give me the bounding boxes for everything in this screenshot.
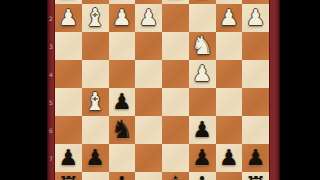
square-g7[interactable]: ♟ (82, 144, 109, 172)
square-e8[interactable] (135, 172, 162, 180)
square-b4[interactable] (216, 60, 243, 88)
black-rook-h8[interactable]: ♜ (57, 172, 79, 180)
square-a6[interactable] (242, 116, 269, 144)
square-f5[interactable]: ♟ (109, 88, 136, 116)
white-bishop-g2[interactable]: ♝ (84, 4, 106, 32)
square-h2[interactable]: ♟ (55, 4, 82, 32)
rank-label-8: 8 (47, 172, 55, 180)
white-pawn-c4[interactable]: ♟ (192, 60, 212, 88)
square-c3[interactable]: ♞ (189, 32, 216, 60)
black-pawn-c6[interactable]: ♟ (192, 116, 212, 144)
white-bishop-g5[interactable]: ♝ (84, 88, 106, 116)
square-f7[interactable] (109, 144, 136, 172)
square-c5[interactable] (189, 88, 216, 116)
square-e7[interactable] (135, 144, 162, 172)
square-a7[interactable]: ♟ (242, 144, 269, 172)
white-pawn-b2[interactable]: ♟ (219, 4, 239, 32)
square-f6[interactable]: ♞ (109, 116, 136, 144)
square-d4[interactable] (162, 60, 189, 88)
square-h8[interactable]: ♜ (55, 172, 82, 180)
rank-label-2: 2 (47, 4, 55, 32)
square-h3[interactable] (55, 32, 82, 60)
square-d8[interactable]: ♚ (162, 172, 189, 180)
black-pawn-a7[interactable]: ♟ (246, 144, 266, 172)
square-e5[interactable] (135, 88, 162, 116)
black-pawn-f5[interactable]: ♟ (112, 88, 132, 116)
square-a8[interactable]: ♜ (242, 172, 269, 180)
square-b7[interactable]: ♟ (216, 144, 243, 172)
square-b2[interactable]: ♟ (216, 4, 243, 32)
square-g8[interactable] (82, 172, 109, 180)
square-d5[interactable] (162, 88, 189, 116)
square-a4[interactable] (242, 60, 269, 88)
white-pawn-a2[interactable]: ♟ (246, 4, 266, 32)
black-pawn-b7[interactable]: ♟ (219, 144, 239, 172)
square-h6[interactable] (55, 116, 82, 144)
square-f4[interactable] (109, 60, 136, 88)
black-rook-a8[interactable]: ♜ (244, 172, 266, 180)
square-c2[interactable] (189, 4, 216, 32)
square-e4[interactable] (135, 60, 162, 88)
black-bishop-c8[interactable]: ♝ (191, 172, 213, 180)
square-c7[interactable]: ♟ (189, 144, 216, 172)
square-c6[interactable]: ♟ (189, 116, 216, 144)
square-g5[interactable]: ♝ (82, 88, 109, 116)
square-e6[interactable] (135, 116, 162, 144)
square-a2[interactable]: ♟ (242, 4, 269, 32)
square-d7[interactable] (162, 144, 189, 172)
rank-label-5: 5 (47, 88, 55, 116)
black-pawn-h7[interactable]: ♟ (59, 144, 79, 172)
square-b3[interactable] (216, 32, 243, 60)
square-a3[interactable] (242, 32, 269, 60)
black-pawn-g7[interactable]: ♟ (85, 144, 105, 172)
square-b5[interactable] (216, 88, 243, 116)
square-d3[interactable] (162, 32, 189, 60)
square-e2[interactable]: ♟ (135, 4, 162, 32)
white-knight-c3[interactable]: ♞ (191, 32, 213, 60)
square-c8[interactable]: ♝ (189, 172, 216, 180)
square-b8[interactable] (216, 172, 243, 180)
square-g2[interactable]: ♝ (82, 4, 109, 32)
black-pawn-c7[interactable]: ♟ (192, 144, 212, 172)
rank-label-3: 3 (47, 32, 55, 60)
square-d2[interactable] (162, 4, 189, 32)
square-g6[interactable] (82, 116, 109, 144)
square-h4[interactable] (55, 60, 82, 88)
square-h5[interactable] (55, 88, 82, 116)
square-h7[interactable]: ♟ (55, 144, 82, 172)
white-pawn-f2[interactable]: ♟ (112, 4, 132, 32)
rank-label-6: 6 (47, 116, 55, 144)
square-c4[interactable]: ♟ (189, 60, 216, 88)
square-g4[interactable] (82, 60, 109, 88)
black-knight-f6[interactable]: ♞ (111, 116, 133, 144)
black-bishop-f8[interactable]: ♝ (111, 172, 133, 180)
rank-label-7: 7 (47, 144, 55, 172)
square-f3[interactable] (109, 32, 136, 60)
rank-label-4: 4 (47, 60, 55, 88)
square-g3[interactable] (82, 32, 109, 60)
square-e3[interactable] (135, 32, 162, 60)
square-d6[interactable] (162, 116, 189, 144)
white-pawn-e2[interactable]: ♟ (139, 4, 159, 32)
square-f8[interactable]: ♝ (109, 172, 136, 180)
square-b6[interactable] (216, 116, 243, 144)
video-frame: ♜♜♚♟♝♟♟♟♟♞♟♝♟♞♟♟♟♟♟♟♜♝♚♝♜ 12345678 (0, 0, 320, 180)
square-a5[interactable] (242, 88, 269, 116)
square-f2[interactable]: ♟ (109, 4, 136, 32)
white-pawn-h2[interactable]: ♟ (59, 4, 79, 32)
black-king-d8[interactable]: ♚ (164, 172, 186, 180)
chess-board: ♜♜♚♟♝♟♟♟♟♞♟♝♟♞♟♟♟♟♟♟♜♝♚♝♜ (55, 0, 269, 180)
